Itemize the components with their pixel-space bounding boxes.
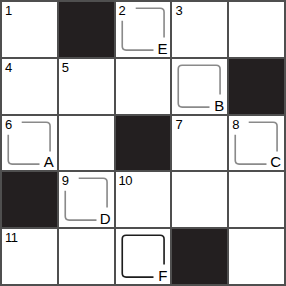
cell-r0c2[interactable]: 2E <box>116 2 171 57</box>
marker-letter-E: E <box>157 41 167 56</box>
black-cell-r1c4 <box>229 59 284 114</box>
cell-r1c3[interactable]: B <box>172 59 227 114</box>
marker-letter-D: D <box>100 211 111 226</box>
cell-r2c1[interactable] <box>59 116 114 171</box>
black-cell-r0c1 <box>59 2 114 57</box>
black-cell-r2c2 <box>116 116 171 171</box>
clue-number: 1 <box>5 4 12 17</box>
cell-r4c0[interactable]: 11 <box>2 229 57 284</box>
cell-r0c0[interactable]: 1 <box>2 2 57 57</box>
clue-number: 11 <box>5 231 18 244</box>
clue-number: 5 <box>62 61 69 74</box>
black-cell-r4c3 <box>172 229 227 284</box>
marker-letter-B: B <box>214 98 224 113</box>
cell-r2c4[interactable]: 8C <box>229 116 284 171</box>
cell-r4c1[interactable] <box>59 229 114 284</box>
cell-r4c4[interactable] <box>229 229 284 284</box>
cell-r0c4[interactable] <box>229 2 284 57</box>
cell-r1c1[interactable]: 5 <box>59 59 114 114</box>
cell-r2c0[interactable]: 6A <box>2 116 57 171</box>
clue-number: 7 <box>175 118 182 131</box>
crossword-grid: 12E345B6A78C9D1011F <box>0 0 286 286</box>
cell-r1c0[interactable]: 4 <box>2 59 57 114</box>
cell-r4c2[interactable]: F <box>116 229 171 284</box>
cell-r3c2[interactable]: 10 <box>116 172 171 227</box>
black-cell-r3c0 <box>2 172 57 227</box>
clue-number: 10 <box>119 174 132 187</box>
cell-r3c1[interactable]: 9D <box>59 172 114 227</box>
marker-letter-C: C <box>270 154 281 169</box>
cell-r1c2[interactable] <box>116 59 171 114</box>
clue-number: 2 <box>119 4 126 17</box>
clue-number: 3 <box>175 4 182 17</box>
cell-r3c3[interactable] <box>172 172 227 227</box>
clue-number: 4 <box>5 61 12 74</box>
clue-number: 9 <box>62 174 69 187</box>
clue-number: 8 <box>232 118 239 131</box>
clue-number: 6 <box>5 118 12 131</box>
marker-letter-F: F <box>158 268 167 283</box>
cell-r0c3[interactable]: 3 <box>172 2 227 57</box>
cell-r3c4[interactable] <box>229 172 284 227</box>
marker-letter-A: A <box>44 154 54 169</box>
cell-r2c3[interactable]: 7 <box>172 116 227 171</box>
